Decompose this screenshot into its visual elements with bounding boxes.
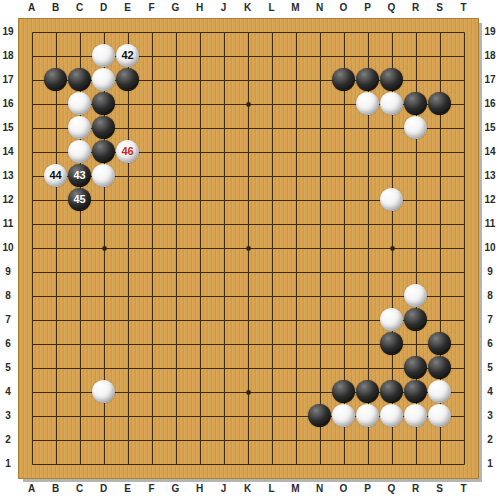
row-label: 5 (5, 363, 11, 373)
white-stone: 46 (116, 140, 139, 163)
column-label: H (196, 484, 203, 494)
column-label: P (364, 484, 371, 494)
white-stone (404, 284, 427, 307)
go-diagram-page: { "game": "Go (19x19) game record diagra… (0, 0, 499, 499)
row-label: 19 (484, 27, 495, 37)
star-point (246, 246, 251, 251)
column-label: L (268, 484, 274, 494)
white-stone: 44 (44, 164, 67, 187)
row-label: 2 (5, 435, 11, 445)
column-label: S (436, 3, 443, 13)
column-label: J (221, 484, 227, 494)
white-stone (68, 92, 91, 115)
white-stone (404, 404, 427, 427)
column-label: G (172, 484, 180, 494)
column-label: T (460, 484, 466, 494)
black-stone (356, 380, 379, 403)
column-label: E (124, 484, 131, 494)
column-label: N (316, 484, 323, 494)
column-label: M (291, 3, 299, 13)
black-stone (356, 68, 379, 91)
black-stone: 43 (68, 164, 91, 187)
row-label: 8 (5, 291, 11, 301)
column-label: Q (388, 3, 396, 13)
row-label: 18 (484, 51, 495, 61)
row-label: 11 (3, 219, 14, 229)
row-label: 18 (2, 51, 13, 61)
column-label: C (76, 3, 83, 13)
row-label: 4 (487, 387, 493, 397)
black-stone (92, 116, 115, 139)
column-label: G (172, 3, 180, 13)
move-number-label: 42 (121, 50, 133, 61)
move-number-label: 44 (49, 170, 61, 181)
white-stone (380, 188, 403, 211)
column-label: P (364, 3, 371, 13)
row-label: 15 (484, 123, 495, 133)
column-label: Q (388, 484, 396, 494)
column-label: B (52, 3, 59, 13)
black-stone (92, 140, 115, 163)
row-label: 4 (5, 387, 11, 397)
row-label: 2 (487, 435, 493, 445)
row-label: 15 (2, 123, 13, 133)
column-label: A (28, 484, 35, 494)
column-label: S (436, 484, 443, 494)
row-label: 9 (5, 267, 11, 277)
black-stone (332, 380, 355, 403)
row-label: 12 (484, 195, 495, 205)
row-label: 16 (484, 99, 495, 109)
column-label: O (340, 484, 348, 494)
row-label: 12 (2, 195, 13, 205)
row-label: 7 (487, 315, 493, 325)
move-number-label: 46 (121, 146, 133, 157)
black-stone (428, 332, 451, 355)
move-number-label: 43 (73, 170, 85, 181)
column-label: K (244, 484, 251, 494)
black-stone (404, 308, 427, 331)
white-stone (92, 44, 115, 67)
black-stone: 45 (68, 188, 91, 211)
black-stone (92, 92, 115, 115)
row-label: 13 (2, 171, 13, 181)
star-point (246, 102, 251, 107)
row-label: 17 (2, 75, 13, 85)
white-stone (356, 92, 379, 115)
black-stone (380, 68, 403, 91)
black-stone (428, 356, 451, 379)
row-label: 17 (484, 75, 495, 85)
white-stone (428, 404, 451, 427)
row-label: 16 (2, 99, 13, 109)
row-label: 14 (2, 147, 13, 157)
row-label: 19 (2, 27, 13, 37)
star-point (246, 390, 251, 395)
row-label: 1 (487, 459, 493, 469)
white-stone (68, 116, 91, 139)
row-label: 13 (484, 171, 495, 181)
column-label: K (244, 3, 251, 13)
white-stone (380, 404, 403, 427)
column-label: R (412, 484, 419, 494)
row-label: 3 (5, 411, 11, 421)
black-stone (332, 68, 355, 91)
white-stone (356, 404, 379, 427)
white-stone: 42 (116, 44, 139, 67)
white-stone (380, 92, 403, 115)
column-label: N (316, 3, 323, 13)
column-label: D (100, 3, 107, 13)
row-label: 6 (487, 339, 493, 349)
white-stone (68, 140, 91, 163)
column-label: O (340, 3, 348, 13)
white-stone (92, 68, 115, 91)
row-label: 14 (484, 147, 495, 157)
column-label: R (412, 3, 419, 13)
go-board[interactable]: 4246444345 (18, 18, 479, 479)
white-stone (332, 404, 355, 427)
column-label: C (76, 484, 83, 494)
column-label: M (291, 484, 299, 494)
black-stone (428, 92, 451, 115)
row-label: 10 (2, 243, 13, 253)
black-stone (404, 92, 427, 115)
row-label: 9 (487, 267, 493, 277)
black-stone (404, 380, 427, 403)
black-stone (68, 68, 91, 91)
column-label: L (268, 3, 274, 13)
black-stone (380, 380, 403, 403)
black-stone (380, 332, 403, 355)
star-point (102, 246, 107, 251)
white-stone (380, 308, 403, 331)
column-label: F (148, 484, 154, 494)
row-label: 3 (487, 411, 493, 421)
column-label: F (148, 3, 154, 13)
row-label: 1 (5, 459, 11, 469)
row-label: 10 (484, 243, 495, 253)
white-stone (92, 380, 115, 403)
row-label: 7 (5, 315, 11, 325)
row-label: 5 (487, 363, 493, 373)
black-stone (404, 356, 427, 379)
column-label: D (100, 484, 107, 494)
column-label: A (28, 3, 35, 13)
column-label: E (124, 3, 131, 13)
black-stone (308, 404, 331, 427)
row-label: 11 (485, 219, 496, 229)
column-label: J (221, 3, 227, 13)
black-stone (116, 68, 139, 91)
move-number-label: 45 (73, 194, 85, 205)
row-label: 8 (487, 291, 493, 301)
white-stone (428, 380, 451, 403)
column-label: B (52, 484, 59, 494)
white-stone (404, 116, 427, 139)
black-stone (44, 68, 67, 91)
star-point (390, 246, 395, 251)
row-label: 6 (5, 339, 11, 349)
white-stone (92, 164, 115, 187)
column-label: H (196, 3, 203, 13)
column-label: T (460, 3, 466, 13)
